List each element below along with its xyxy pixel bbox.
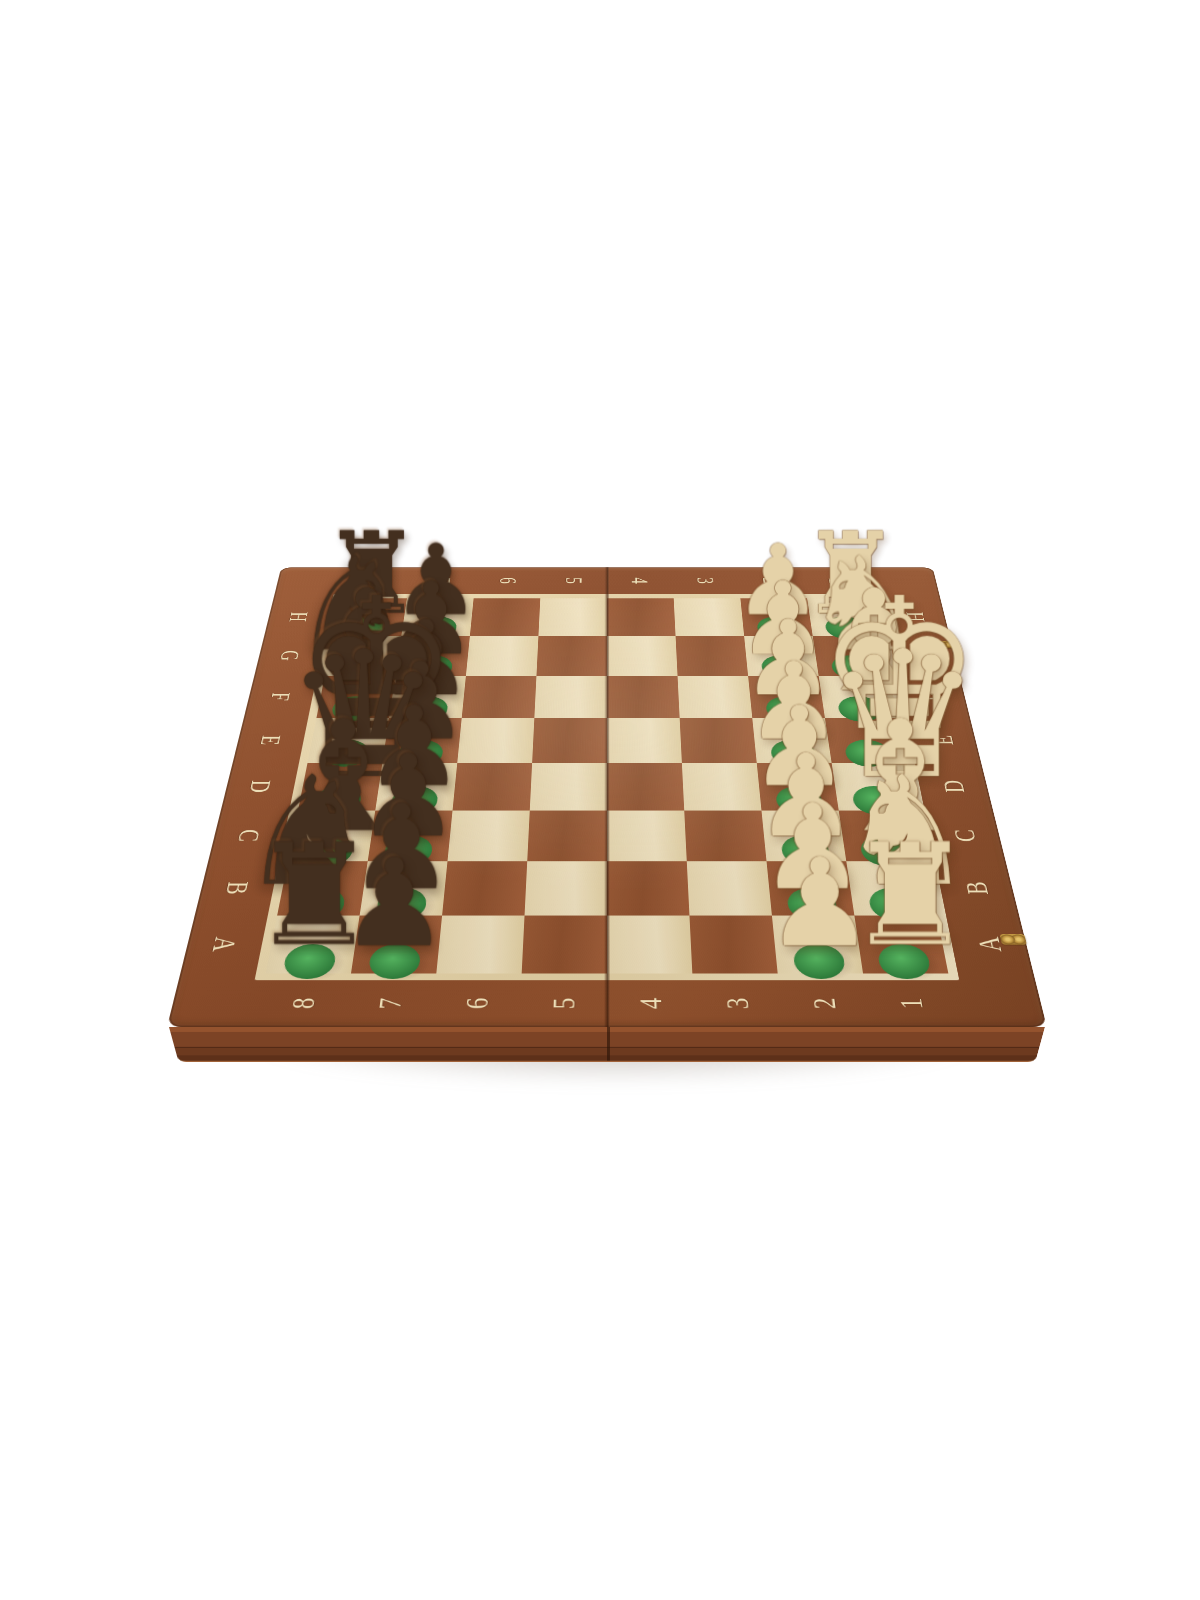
coord-right-F: F [919,692,947,701]
coord-far-3: 3 [694,577,718,583]
coord-far-4: 4 [628,577,652,583]
board-front-edge [169,1027,1045,1062]
coord-left-A: A [208,936,242,951]
coord-near-4: 4 [635,998,667,1009]
coord-left-D: D [245,780,275,793]
coord-right-B: B [960,881,992,894]
scene: 87654321 87654321 HGFEDCBA HGFEDCBA ♜♟♟♜… [167,171,1047,1027]
front-fold-seam [607,1027,610,1061]
coord-near-8: 8 [286,998,320,1009]
coord-left-B: B [221,881,253,894]
product-photo-stage: 87654321 87654321 HGFEDCBA HGFEDCBA ♜♟♟♜… [0,0,1200,1600]
coord-far-1: 1 [825,577,850,583]
coord-right-E: E [929,735,958,745]
coord-left-G: G [276,650,304,660]
coord-near-3: 3 [721,998,753,1009]
coord-right-H: H [902,612,929,622]
chess-board: 87654321 87654321 HGFEDCBA HGFEDCBA ♜♟♟♜… [167,567,1047,1027]
coord-near-6: 6 [461,998,493,1009]
coord-right-G: G [910,650,938,660]
coord-far-7: 7 [430,577,455,583]
coord-near-7: 7 [373,998,406,1009]
coord-left-C: C [234,829,265,841]
coord-far-6: 6 [496,577,520,583]
coord-left-E: E [256,735,285,745]
coord-far-2: 2 [759,577,784,583]
coord-left-F: F [267,692,295,701]
coord-near-1: 1 [894,998,928,1009]
coord-right-A: A [972,936,1006,951]
coord-left-H: H [285,612,312,622]
coord-far-5: 5 [562,577,586,583]
coord-far-8: 8 [364,577,389,583]
coord-right-D: D [938,780,968,793]
pieces-layer: ♜♟♟♜♞♟♟♞♝♟♟♝♚♟♟♚♛♟♟♛♝♟♟♝♞♟♟♞♜♟♟♜ [167,567,1047,1027]
coord-near-5: 5 [548,998,580,1009]
coord-right-C: C [949,829,980,841]
coord-near-2: 2 [808,998,841,1009]
white-rook-glyph: ♜ [847,823,963,964]
black-pawn-glyph: ♟ [336,843,452,965]
